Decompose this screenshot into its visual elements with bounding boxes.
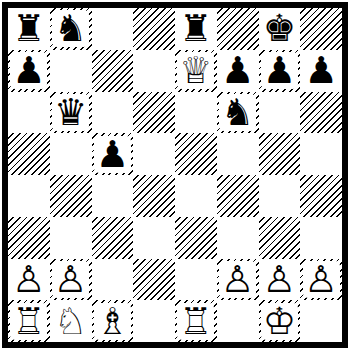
piece-white-rook-e1: ♖ [177, 303, 214, 340]
square-e6[interactable] [175, 92, 217, 134]
square-g3[interactable] [259, 217, 301, 259]
square-a4[interactable] [8, 175, 50, 217]
piece-white-pawn-b2: ♙ [52, 261, 89, 298]
square-b3[interactable] [50, 217, 92, 259]
square-a1[interactable]: ♖ [8, 300, 50, 342]
piece-black-pawn-a7: ♟ [10, 52, 47, 89]
square-f8[interactable] [217, 8, 259, 50]
square-e5[interactable] [175, 133, 217, 175]
square-g1[interactable]: ♔ [259, 300, 301, 342]
piece-white-pawn-g2: ♙ [261, 261, 298, 298]
square-a6[interactable] [8, 92, 50, 134]
square-a7[interactable]: ♟ [8, 50, 50, 92]
square-f4[interactable] [217, 175, 259, 217]
piece-black-knight-f6: ♞ [219, 94, 256, 131]
square-e4[interactable] [175, 175, 217, 217]
square-b2[interactable]: ♙ [50, 259, 92, 301]
square-e1[interactable]: ♖ [175, 300, 217, 342]
square-c4[interactable] [92, 175, 134, 217]
square-h1[interactable] [300, 300, 342, 342]
piece-black-pawn-c5: ♟ [94, 136, 131, 173]
square-b5[interactable] [50, 133, 92, 175]
square-e2[interactable] [175, 259, 217, 301]
square-h6[interactable] [300, 92, 342, 134]
piece-white-queen-e7: ♕ [177, 52, 214, 89]
square-f7[interactable]: ♟ [217, 50, 259, 92]
square-e7[interactable]: ♕ [175, 50, 217, 92]
square-a3[interactable] [8, 217, 50, 259]
square-b4[interactable] [50, 175, 92, 217]
square-d5[interactable] [133, 133, 175, 175]
piece-black-pawn-g7: ♟ [261, 52, 298, 89]
square-d7[interactable] [133, 50, 175, 92]
square-d2[interactable] [133, 259, 175, 301]
square-b1[interactable]: ♘ [50, 300, 92, 342]
square-f1[interactable] [217, 300, 259, 342]
square-a5[interactable] [8, 133, 50, 175]
square-d6[interactable] [133, 92, 175, 134]
square-c8[interactable] [92, 8, 134, 50]
piece-black-king-g8: ♚ [261, 10, 298, 47]
square-d1[interactable] [133, 300, 175, 342]
square-c2[interactable] [92, 259, 134, 301]
piece-black-rook-a8: ♜ [10, 10, 47, 47]
square-g4[interactable] [259, 175, 301, 217]
square-d3[interactable] [133, 217, 175, 259]
square-g7[interactable]: ♟ [259, 50, 301, 92]
square-c7[interactable] [92, 50, 134, 92]
piece-black-pawn-h7: ♟ [303, 52, 340, 89]
chess-board-frame: ♜♞♜♚♟♕♟♟♟♛♞♟♙♙♙♙♙♖♘♗♖♔ [2, 2, 348, 348]
square-a2[interactable]: ♙ [8, 259, 50, 301]
square-b7[interactable] [50, 50, 92, 92]
piece-white-pawn-h2: ♙ [303, 261, 340, 298]
square-g2[interactable]: ♙ [259, 259, 301, 301]
square-g6[interactable] [259, 92, 301, 134]
square-h8[interactable] [300, 8, 342, 50]
piece-white-bishop-c1: ♗ [94, 303, 131, 340]
square-h5[interactable] [300, 133, 342, 175]
square-h7[interactable]: ♟ [300, 50, 342, 92]
square-c5[interactable]: ♟ [92, 133, 134, 175]
piece-black-rook-e8: ♜ [177, 10, 214, 47]
square-c6[interactable] [92, 92, 134, 134]
square-g5[interactable] [259, 133, 301, 175]
piece-black-pawn-f7: ♟ [219, 52, 256, 89]
square-g8[interactable]: ♚ [259, 8, 301, 50]
square-h4[interactable] [300, 175, 342, 217]
piece-black-knight-b8: ♞ [52, 10, 89, 47]
square-f5[interactable] [217, 133, 259, 175]
piece-white-king-g1: ♔ [261, 303, 298, 340]
chess-board: ♜♞♜♚♟♕♟♟♟♛♞♟♙♙♙♙♙♖♘♗♖♔ [8, 8, 342, 342]
square-c1[interactable]: ♗ [92, 300, 134, 342]
square-d8[interactable] [133, 8, 175, 50]
piece-white-knight-b1: ♘ [52, 303, 89, 340]
square-b8[interactable]: ♞ [50, 8, 92, 50]
piece-white-pawn-f2: ♙ [219, 261, 256, 298]
square-h3[interactable] [300, 217, 342, 259]
piece-black-queen-b6: ♛ [52, 94, 89, 131]
square-b6[interactable]: ♛ [50, 92, 92, 134]
square-d4[interactable] [133, 175, 175, 217]
square-e8[interactable]: ♜ [175, 8, 217, 50]
square-h2[interactable]: ♙ [300, 259, 342, 301]
square-f3[interactable] [217, 217, 259, 259]
square-c3[interactable] [92, 217, 134, 259]
square-f2[interactable]: ♙ [217, 259, 259, 301]
piece-white-pawn-a2: ♙ [10, 261, 47, 298]
piece-white-rook-a1: ♖ [10, 303, 47, 340]
square-e3[interactable] [175, 217, 217, 259]
square-a8[interactable]: ♜ [8, 8, 50, 50]
square-f6[interactable]: ♞ [217, 92, 259, 134]
